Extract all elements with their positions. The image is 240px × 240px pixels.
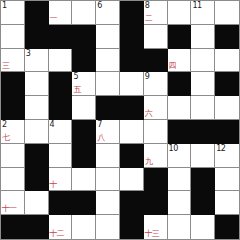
cell-r9c8-white[interactable] [191, 215, 215, 239]
cell-r5c6-white[interactable] [144, 120, 168, 144]
cell-r0c4-white[interactable]: 6 [96, 1, 120, 25]
cell-r0c5-black [120, 1, 144, 25]
cell-r7c8-black [191, 168, 215, 192]
cell-r5c1-white[interactable] [25, 120, 49, 144]
cell-r5c5-white[interactable] [120, 120, 144, 144]
cell-r4c8-white[interactable] [191, 96, 215, 120]
cell-r4c9-white[interactable] [215, 96, 239, 120]
across-clue-number-十: 十 [50, 181, 57, 189]
cell-r8c3-black [72, 191, 96, 215]
cell-r4c6-white[interactable]: 六 [144, 96, 168, 120]
across-clue-number-三: 三 [2, 62, 9, 70]
cell-r9c3-white[interactable] [72, 215, 96, 239]
cell-r5c9-black [215, 120, 239, 144]
cell-r0c9-white[interactable] [215, 1, 239, 25]
cell-r8c1-white[interactable] [25, 191, 49, 215]
crossword-board: 1一68二11三3四5五9六2七47八九1012十十一十二十三 [0, 0, 240, 240]
cell-r5c2-white[interactable]: 4 [49, 120, 73, 144]
down-clue-number-2: 2 [2, 120, 7, 129]
cell-r5c8-black [191, 120, 215, 144]
cell-r2c9-white[interactable] [215, 49, 239, 73]
across-clue-number-十三: 十三 [145, 230, 159, 238]
cell-r1c6-white[interactable] [144, 25, 168, 49]
cell-r0c7-white[interactable] [168, 1, 192, 25]
cell-r0c3-white[interactable] [72, 1, 96, 25]
cell-r2c3-black [72, 49, 96, 73]
across-clue-number-四: 四 [169, 62, 176, 70]
cell-r3c2-black [49, 72, 73, 96]
cell-r1c8-white[interactable] [191, 25, 215, 49]
cell-r6c2-white[interactable] [49, 144, 73, 168]
cell-r3c5-white[interactable] [120, 72, 144, 96]
down-clue-number-3: 3 [26, 49, 31, 58]
down-clue-number-8: 8 [145, 1, 150, 10]
cell-r6c5-black [120, 144, 144, 168]
cell-r1c1-black [25, 25, 49, 49]
cell-r8c4-white[interactable] [96, 191, 120, 215]
cell-r4c1-white[interactable] [25, 96, 49, 120]
cell-r6c0-white[interactable] [1, 144, 25, 168]
across-clue-number-六: 六 [145, 110, 152, 118]
cell-r1c4-white[interactable] [96, 25, 120, 49]
cell-r4c3-white[interactable] [72, 96, 96, 120]
cell-r2c4-white[interactable] [96, 49, 120, 73]
down-clue-number-11: 11 [192, 1, 201, 10]
cell-r9c6-white[interactable]: 十三 [144, 215, 168, 239]
cell-r2c7-white[interactable]: 四 [168, 49, 192, 73]
cell-r1c3-black [72, 25, 96, 49]
cell-r2c1-white[interactable]: 3 [25, 49, 49, 73]
cell-r7c4-white[interactable] [96, 168, 120, 192]
cell-r8c6-black [144, 191, 168, 215]
down-clue-number-4: 4 [50, 120, 55, 129]
cell-r2c5-black [120, 49, 144, 73]
cell-r9c4-white[interactable] [96, 215, 120, 239]
cell-r7c5-white[interactable] [120, 168, 144, 192]
cell-r4c5-black [120, 96, 144, 120]
cell-r6c7-white[interactable]: 10 [168, 144, 192, 168]
cell-r9c1-black [25, 215, 49, 239]
cell-r3c3-white[interactable]: 5五 [72, 72, 96, 96]
down-clue-number-10: 10 [169, 144, 178, 153]
cell-r7c3-white[interactable] [72, 168, 96, 192]
across-clue-number-十二: 十二 [50, 230, 64, 238]
cell-r5c3-black [72, 120, 96, 144]
across-clue-number-八: 八 [97, 134, 104, 142]
cell-r3c7-black [168, 72, 192, 96]
cell-r3c4-white[interactable] [96, 72, 120, 96]
cell-r1c7-black [168, 25, 192, 49]
cell-r7c9-white[interactable] [215, 168, 239, 192]
down-clue-number-9: 9 [145, 72, 150, 81]
cell-r4c0-black [1, 96, 25, 120]
cell-r4c4-black [96, 96, 120, 120]
cell-r6c9-white[interactable]: 12 [215, 144, 239, 168]
cell-r9c7-white[interactable] [168, 215, 192, 239]
cell-r1c9-black [215, 25, 239, 49]
cell-r8c7-white[interactable] [168, 191, 192, 215]
cell-r0c0-white[interactable]: 1 [1, 1, 25, 25]
across-clue-number-二: 二 [145, 15, 152, 23]
cell-r2c2-white[interactable] [49, 49, 73, 73]
cell-r1c0-white[interactable] [1, 25, 25, 49]
cell-r8c8-black [191, 191, 215, 215]
cell-r2c8-white[interactable] [191, 49, 215, 73]
cell-r7c6-black [144, 168, 168, 192]
cell-r5c0-white[interactable]: 2七 [1, 120, 25, 144]
cell-r5c7-black [168, 120, 192, 144]
cell-r8c5-black [120, 191, 144, 215]
cell-r3c6-white[interactable]: 9 [144, 72, 168, 96]
cell-r4c7-white[interactable] [168, 96, 192, 120]
cell-r6c6-white[interactable]: 九 [144, 144, 168, 168]
cell-r6c3-black [72, 144, 96, 168]
cell-r6c8-white[interactable] [191, 144, 215, 168]
cell-r8c9-white[interactable] [215, 191, 239, 215]
cell-r0c1-black [25, 1, 49, 25]
cell-r9c2-white[interactable]: 十二 [49, 215, 73, 239]
cell-r0c8-white[interactable]: 11 [191, 1, 215, 25]
cell-r0c2-white[interactable]: 一 [49, 1, 73, 25]
cell-r8c0-white[interactable]: 十一 [1, 191, 25, 215]
cell-r3c1-white[interactable] [25, 72, 49, 96]
down-clue-number-12: 12 [216, 144, 225, 153]
cell-r6c4-white[interactable] [96, 144, 120, 168]
cell-r0c6-white[interactable]: 8二 [144, 1, 168, 25]
cell-r9c9-black [215, 215, 239, 239]
cell-r7c1-black [25, 168, 49, 192]
down-clue-number-5: 5 [73, 72, 78, 81]
cell-r7c7-white[interactable] [168, 168, 192, 192]
cell-r7c0-white[interactable] [1, 168, 25, 192]
down-clue-number-1: 1 [2, 1, 7, 10]
cell-r4c2-black [49, 96, 73, 120]
cell-r1c5-black [120, 25, 144, 49]
cell-r3c0-black [1, 72, 25, 96]
cell-r3c8-white[interactable] [191, 72, 215, 96]
cell-r9c0-black [1, 215, 25, 239]
across-clue-number-十一: 十一 [2, 205, 16, 213]
across-clue-number-七: 七 [2, 134, 9, 142]
cell-r2c6-black [144, 49, 168, 73]
cell-r1c2-black [49, 25, 73, 49]
across-clue-number-一: 一 [50, 15, 57, 23]
cell-r3c9-black [215, 72, 239, 96]
cell-r9c5-black [120, 215, 144, 239]
cell-r6c1-black [25, 144, 49, 168]
down-clue-number-7: 7 [97, 120, 102, 129]
cell-r5c4-white[interactable]: 7八 [96, 120, 120, 144]
cell-r7c2-white[interactable]: 十 [49, 168, 73, 192]
cell-r8c2-black [49, 191, 73, 215]
across-clue-number-五: 五 [73, 86, 80, 94]
cell-r2c0-white[interactable]: 三 [1, 49, 25, 73]
down-clue-number-6: 6 [97, 1, 102, 10]
across-clue-number-九: 九 [145, 158, 152, 166]
